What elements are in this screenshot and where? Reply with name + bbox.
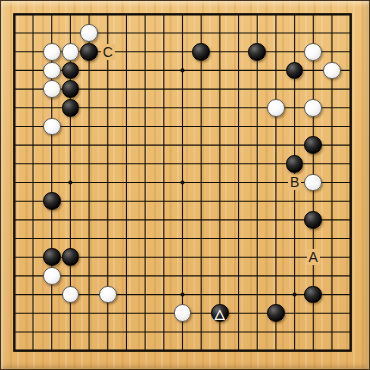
black-stone — [43, 248, 61, 266]
black-stone — [286, 155, 304, 173]
board-label-A[interactable]: A — [307, 249, 320, 265]
black-stone — [80, 43, 98, 61]
white-stone — [43, 80, 61, 98]
black-stone — [286, 62, 304, 80]
go-board[interactable]: CBA△ — [5, 5, 360, 360]
black-stone — [304, 211, 322, 229]
black-stone — [62, 99, 80, 117]
black-stone — [304, 286, 322, 304]
white-stone — [323, 62, 341, 80]
black-stone — [248, 43, 266, 61]
white-stone — [62, 43, 80, 61]
white-stone — [304, 43, 322, 61]
white-stone — [62, 286, 80, 304]
white-stone — [304, 99, 322, 117]
black-stone — [267, 304, 285, 322]
white-stone — [304, 174, 322, 192]
white-stone — [43, 267, 61, 285]
black-stone — [62, 248, 80, 266]
white-stone — [174, 304, 192, 322]
black-stone — [43, 192, 61, 210]
white-stone — [43, 118, 61, 136]
board-frame: CBA△ — [0, 0, 370, 370]
board-label-C[interactable]: C — [101, 44, 115, 60]
black-stone — [304, 136, 322, 154]
white-stone — [43, 43, 61, 61]
black-stone: △ — [211, 304, 229, 322]
white-stone — [267, 99, 285, 117]
white-stone — [99, 286, 117, 304]
black-stone — [62, 80, 80, 98]
white-stone — [80, 24, 98, 42]
white-stone — [43, 62, 61, 80]
black-stone — [62, 62, 80, 80]
board-label-B[interactable]: B — [288, 174, 301, 190]
triangle-mark: △ — [215, 306, 225, 319]
black-stone — [192, 43, 210, 61]
